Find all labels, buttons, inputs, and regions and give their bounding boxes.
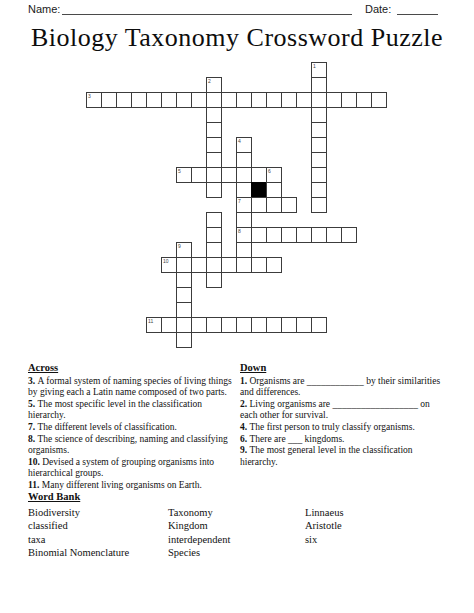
grid-cell-r9c10[interactable]: 7	[236, 197, 252, 213]
grid-cell-r7c12[interactable]: 6	[266, 167, 282, 183]
wordbank-word: interdependent	[168, 533, 230, 546]
grid-cell-r10c8[interactable]	[206, 212, 222, 228]
grid-cell-r2c1[interactable]	[101, 92, 117, 108]
grid-cell-r2c10[interactable]	[236, 92, 252, 108]
grid-cell-r14c6[interactable]	[176, 272, 192, 288]
grid-cell-r10c10[interactable]	[236, 212, 252, 228]
grid-cell-r4c15[interactable]	[311, 122, 327, 138]
name-label: Name:	[28, 3, 60, 15]
across-clue-list: 3. A formal system of naming species of …	[28, 376, 238, 492]
grid-cell-r5c8[interactable]	[206, 137, 222, 153]
grid-cell-r17c7[interactable]	[191, 317, 207, 333]
grid-cell-r17c13[interactable]	[281, 317, 297, 333]
grid-cell-r13c8[interactable]	[206, 257, 222, 273]
grid-cell-r17c10[interactable]	[236, 317, 252, 333]
wordbank-word: six	[305, 533, 344, 546]
grid-cell-r7c8[interactable]	[206, 167, 222, 183]
grid-cell-r13c7[interactable]	[191, 257, 207, 273]
grid-cell-r11c8[interactable]	[206, 227, 222, 243]
down-clues-column: Down 1. Organisms are ____________ by th…	[240, 362, 446, 468]
grid-cell-r2c12[interactable]	[266, 92, 282, 108]
grid-cell-r2c6[interactable]	[176, 92, 192, 108]
wordbank-word: Linnaeus	[305, 506, 344, 519]
grid-cell-r17c14[interactable]	[296, 317, 312, 333]
down-clue-2: 2. Living organisms are ________________…	[240, 399, 446, 422]
grid-cell-r17c8[interactable]	[206, 317, 222, 333]
grid-cell-r11c10[interactable]: 8	[236, 227, 252, 243]
wordbank-col-2: TaxonomyKingdominterdependentSpecies	[168, 506, 230, 559]
grid-cell-r6c8[interactable]	[206, 152, 222, 168]
clue-number-1: 1	[313, 63, 316, 69]
date-blank-line[interactable]	[397, 14, 438, 15]
grid-cell-r13c10[interactable]	[236, 257, 252, 273]
grid-cell-r12c8[interactable]	[206, 242, 222, 258]
grid-cell-r11c17[interactable]	[341, 227, 357, 243]
across-clue-7: 7. The different levels of classificatio…	[28, 422, 238, 434]
grid-cell-r8c10[interactable]	[236, 182, 252, 198]
worksheet-page: Name: Date: Biology Taxonomy Crossword P…	[0, 0, 474, 613]
grid-cell-r2c13[interactable]	[281, 92, 297, 108]
page-title: Biology Taxonomy Crossword Puzzle	[0, 23, 474, 53]
grid-cell-r1c8[interactable]: 2	[206, 77, 222, 93]
grid-cell-r7c9[interactable]	[221, 167, 237, 183]
grid-cell-r17c4[interactable]: 11	[146, 317, 162, 333]
grid-cell-r5c10[interactable]: 4	[236, 137, 252, 153]
wordbank-col-1: BiodiversityclassifiedtaxaBinomial Nomen…	[28, 506, 129, 559]
grid-cell-r11c11[interactable]	[251, 227, 267, 243]
grid-cell-r2c17[interactable]	[341, 92, 357, 108]
across-clues-column: Across 3. A formal system of naming spec…	[28, 362, 238, 492]
grid-cell-r15c6[interactable]	[176, 287, 192, 303]
grid-cell-r17c15[interactable]	[311, 317, 327, 333]
grid-cell-r2c18[interactable]	[356, 92, 372, 108]
wordbank-word: classified	[28, 519, 129, 532]
grid-cell-r3c8[interactable]	[206, 107, 222, 123]
clue-number-3: 3	[88, 93, 91, 99]
grid-cell-r7c11[interactable]	[251, 167, 267, 183]
clue-number-5: 5	[178, 168, 181, 174]
grid-cell-r0c15[interactable]: 1	[311, 62, 327, 78]
grid-cell-r2c9[interactable]	[221, 92, 237, 108]
word-bank-header: Word Bank	[28, 491, 458, 502]
grid-cell-r7c7[interactable]	[191, 167, 207, 183]
grid-cell-r17c12[interactable]	[266, 317, 282, 333]
grid-cell-r7c10[interactable]	[236, 167, 252, 183]
grid-cell-r11c12[interactable]	[266, 227, 282, 243]
clue-number-7: 7	[238, 198, 241, 204]
grid-cell-r17c9[interactable]	[221, 317, 237, 333]
across-clue-5: 5. The most specific level in the classi…	[28, 399, 238, 422]
grid-cell-r2c5[interactable]	[161, 92, 177, 108]
grid-cell-r9c11[interactable]	[251, 197, 267, 213]
grid-cell-r11c15[interactable]	[311, 227, 327, 243]
grid-cell-r16c6[interactable]	[176, 302, 192, 318]
grid-cell-r12c6[interactable]: 9	[176, 242, 192, 258]
grid-cell-r2c0[interactable]: 3	[86, 92, 102, 108]
date-label: Date:	[365, 3, 391, 15]
grid-cell-r13c9[interactable]	[221, 257, 237, 273]
grid-cell-r2c11[interactable]	[251, 92, 267, 108]
down-header: Down	[240, 362, 446, 374]
blocked-cell	[251, 182, 267, 198]
grid-cell-r8c8[interactable]	[206, 182, 222, 198]
grid-cell-r1c15[interactable]	[311, 77, 327, 93]
grid-cell-r7c15[interactable]	[311, 167, 327, 183]
wordbank-word: Taxonomy	[168, 506, 230, 519]
clue-number-2: 2	[208, 78, 211, 84]
grid-cell-r13c5[interactable]: 10	[161, 257, 177, 273]
grid-cell-r7c6[interactable]: 5	[176, 167, 192, 183]
grid-cell-r2c8[interactable]	[206, 92, 222, 108]
wordbank-word: Binomial Nomenclature	[28, 546, 129, 559]
grid-cell-r6c15[interactable]	[311, 152, 327, 168]
grid-cell-r14c8[interactable]	[206, 272, 222, 288]
down-clue-6: 6. There are ___ kingdoms.	[240, 434, 446, 446]
down-clue-9: 9. The most general level in the classif…	[240, 445, 446, 468]
wordbank-word: Species	[168, 546, 230, 559]
across-clue-8: 8. The science of describing, naming and…	[28, 434, 238, 457]
wordbank-word: taxa	[28, 533, 129, 546]
wordbank-word: Kingdom	[168, 519, 230, 532]
grid-cell-r9c15[interactable]	[311, 197, 327, 213]
name-blank-line[interactable]	[62, 14, 352, 15]
grid-cell-r17c11[interactable]	[251, 317, 267, 333]
grid-cell-r5c15[interactable]	[311, 137, 327, 153]
wordbank-word: Biodiversity	[28, 506, 129, 519]
grid-cell-r4c8[interactable]	[206, 122, 222, 138]
across-header: Across	[28, 362, 238, 374]
grid-cell-r2c3[interactable]	[131, 92, 147, 108]
clue-number-9: 9	[178, 243, 181, 249]
grid-cell-r2c15[interactable]	[311, 92, 327, 108]
clue-number-8: 8	[238, 228, 241, 234]
clue-number-6: 6	[268, 168, 271, 174]
grid-cell-r6c10[interactable]	[236, 152, 252, 168]
down-clue-1: 1. Organisms are ____________ by their s…	[240, 376, 446, 399]
grid-cell-r17c6[interactable]	[176, 317, 192, 333]
grid-cell-r8c12[interactable]	[266, 182, 282, 198]
grid-cell-r2c16[interactable]	[326, 92, 342, 108]
grid-cell-r2c14[interactable]	[296, 92, 312, 108]
clue-number-11: 11	[148, 318, 153, 324]
across-clue-10: 10. Devised a system of grouping organis…	[28, 457, 238, 480]
grid-cell-r13c11[interactable]	[251, 257, 267, 273]
grid-cell-r2c2[interactable]	[116, 92, 132, 108]
across-clue-3: 3. A formal system of naming species of …	[28, 376, 238, 399]
grid-cell-r18c6[interactable]	[176, 332, 192, 348]
grid-cell-r9c12[interactable]	[266, 197, 282, 213]
crossword-grid: 1234567891011	[86, 62, 388, 349]
grid-cell-r2c4[interactable]	[146, 92, 162, 108]
clue-number-10: 10	[163, 258, 169, 264]
grid-cell-r3c15[interactable]	[311, 107, 327, 123]
grid-cell-r9c13[interactable]	[281, 197, 297, 213]
grid-cell-r12c10[interactable]	[236, 242, 252, 258]
grid-cell-r17c5[interactable]	[161, 317, 177, 333]
clue-number-4: 4	[238, 138, 241, 144]
down-clue-4: 4. The first person to truly classify or…	[240, 422, 446, 434]
down-clue-list: 1. Organisms are ____________ by their s…	[240, 376, 446, 469]
grid-cell-r11c13[interactable]	[281, 227, 297, 243]
across-clue-11: 11. Many different living organisms on E…	[28, 480, 238, 492]
grid-cell-r11c14[interactable]	[296, 227, 312, 243]
grid-cell-r8c15[interactable]	[311, 182, 327, 198]
grid-cell-r2c7[interactable]	[191, 92, 207, 108]
wordbank-word: Aristotle	[305, 519, 344, 532]
wordbank-col-3: LinnaeusAristotlesix	[305, 506, 344, 546]
grid-cell-r13c12[interactable]	[266, 257, 282, 273]
word-bank-section: Word Bank BiodiversityclassifiedtaxaBino…	[28, 491, 458, 504]
grid-cell-r13c6[interactable]	[176, 257, 192, 273]
grid-cell-r11c16[interactable]	[326, 227, 342, 243]
grid-cell-r2c19[interactable]	[371, 92, 387, 108]
